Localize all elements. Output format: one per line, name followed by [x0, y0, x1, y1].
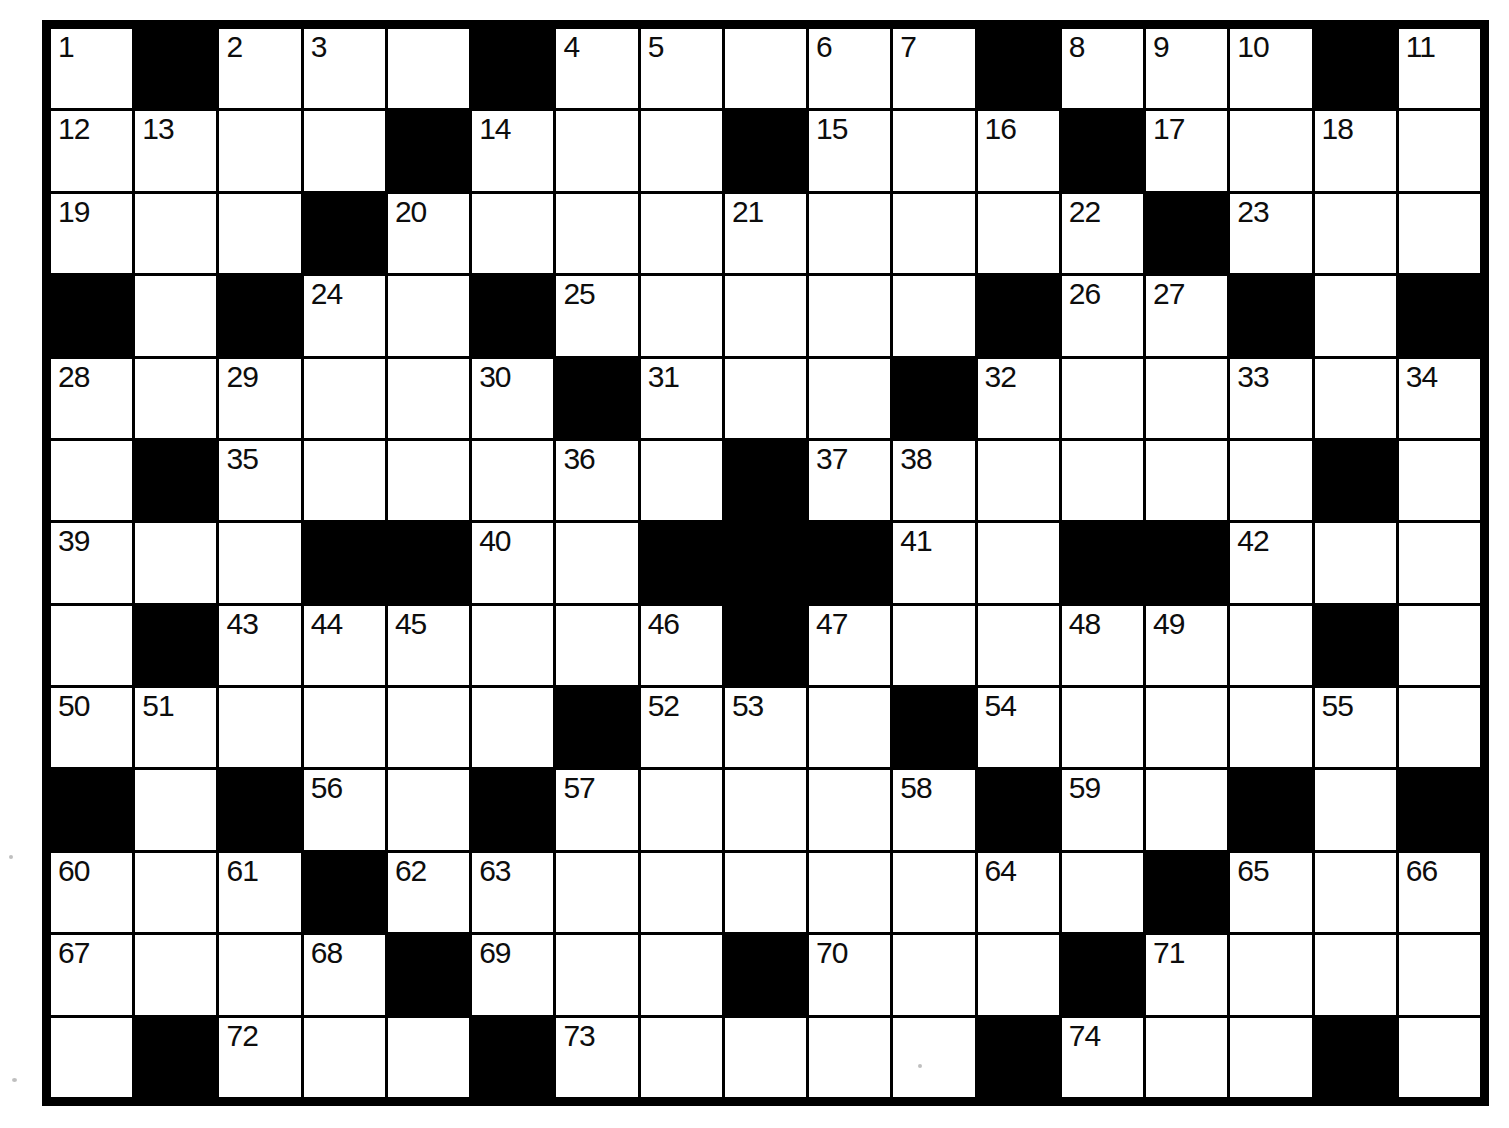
cell-r4c16[interactable]	[1315, 276, 1396, 355]
cell-r9c13[interactable]	[1062, 688, 1143, 767]
cell-r8c7[interactable]	[556, 606, 637, 685]
cell-r11c6[interactable]: 63	[472, 853, 553, 932]
cell-r4c14[interactable]: 27	[1146, 276, 1227, 355]
cell-r5c13[interactable]	[1062, 359, 1143, 438]
cell-r10c16[interactable]	[1315, 770, 1396, 849]
cell-r13c1[interactable]	[51, 1018, 132, 1097]
cell-r4c4[interactable]: 24	[304, 276, 385, 355]
cell-r12c12[interactable]	[978, 935, 1059, 1014]
cell-r8c14[interactable]: 49	[1146, 606, 1227, 685]
black-cell-r4c1	[51, 276, 132, 355]
cell-r5c6[interactable]: 30	[472, 359, 553, 438]
cell-r2c7[interactable]	[556, 111, 637, 190]
black-cell-r4c6	[472, 276, 553, 355]
cell-r11c7[interactable]	[556, 853, 637, 932]
cell-r1c17[interactable]: 11	[1399, 29, 1480, 108]
clue-number: 42	[1237, 525, 1268, 557]
cell-r6c13[interactable]	[1062, 441, 1143, 520]
cell-r5c17[interactable]: 34	[1399, 359, 1480, 438]
cell-r5c2[interactable]	[135, 359, 216, 438]
cell-r11c5[interactable]: 62	[388, 853, 469, 932]
cell-r3c2[interactable]	[135, 194, 216, 273]
cell-r1c15[interactable]: 10	[1230, 29, 1311, 108]
clue-number: 26	[1069, 278, 1100, 310]
cell-r1c13[interactable]: 8	[1062, 29, 1143, 108]
clue-number: 31	[648, 361, 679, 393]
cell-r11c17[interactable]: 66	[1399, 853, 1480, 932]
cell-r12c7[interactable]	[556, 935, 637, 1014]
cell-r13c10[interactable]	[809, 1018, 890, 1097]
black-cell-r6c9	[725, 441, 806, 520]
scan-speck	[9, 855, 13, 859]
clue-number: 58	[900, 772, 931, 804]
cell-r2c15[interactable]	[1230, 111, 1311, 190]
clue-number: 62	[395, 855, 426, 887]
black-cell-r10c6	[472, 770, 553, 849]
clue-number: 53	[732, 690, 763, 722]
black-cell-r2c13	[1062, 111, 1143, 190]
clue-number: 35	[226, 443, 257, 475]
black-cell-r9c11	[893, 688, 974, 767]
clue-number: 64	[985, 855, 1016, 887]
cell-r2c3[interactable]	[219, 111, 300, 190]
cell-r4c8[interactable]	[641, 276, 722, 355]
clue-number: 43	[226, 608, 257, 640]
cell-r3c6[interactable]	[472, 194, 553, 273]
clue-number: 33	[1237, 361, 1268, 393]
black-cell-r4c12	[978, 276, 1059, 355]
clue-number: 49	[1153, 608, 1184, 640]
cell-r12c8[interactable]	[641, 935, 722, 1014]
cell-r8c8[interactable]: 46	[641, 606, 722, 685]
cell-r13c11[interactable]	[893, 1018, 974, 1097]
black-cell-r1c16	[1315, 29, 1396, 108]
clue-number: 32	[985, 361, 1016, 393]
clue-number: 63	[479, 855, 510, 887]
black-cell-r4c3	[219, 276, 300, 355]
cell-r5c10[interactable]	[809, 359, 890, 438]
cell-r12c1[interactable]: 67	[51, 935, 132, 1014]
cell-r7c2[interactable]	[135, 523, 216, 602]
clue-number: 37	[816, 443, 847, 475]
cell-r4c5[interactable]	[388, 276, 469, 355]
cell-r11c12[interactable]: 64	[978, 853, 1059, 932]
cell-r6c12[interactable]	[978, 441, 1059, 520]
clue-number: 19	[58, 196, 89, 228]
cell-r13c5[interactable]	[388, 1018, 469, 1097]
cell-r8c1[interactable]	[51, 606, 132, 685]
cell-r11c11[interactable]	[893, 853, 974, 932]
clue-number: 21	[732, 196, 763, 228]
cell-r5c4[interactable]	[304, 359, 385, 438]
cell-r6c15[interactable]	[1230, 441, 1311, 520]
cell-r2c14[interactable]: 17	[1146, 111, 1227, 190]
clue-number: 69	[479, 937, 510, 969]
cell-r1c8[interactable]: 5	[641, 29, 722, 108]
cell-r2c4[interactable]	[304, 111, 385, 190]
cell-r4c2[interactable]	[135, 276, 216, 355]
cell-r4c9[interactable]	[725, 276, 806, 355]
crossword-grid: 1234567891011121314151617181920212223242…	[42, 20, 1489, 1106]
cell-r9c15[interactable]	[1230, 688, 1311, 767]
cell-r2c6[interactable]: 14	[472, 111, 553, 190]
cell-r4c10[interactable]	[809, 276, 890, 355]
cell-r5c14[interactable]	[1146, 359, 1227, 438]
clue-number: 27	[1153, 278, 1184, 310]
cell-r1c10[interactable]: 6	[809, 29, 890, 108]
cell-r11c8[interactable]	[641, 853, 722, 932]
cell-r5c3[interactable]: 29	[219, 359, 300, 438]
cell-r10c11[interactable]: 58	[893, 770, 974, 849]
cell-r6c6[interactable]	[472, 441, 553, 520]
cell-r2c10[interactable]: 15	[809, 111, 890, 190]
black-cell-r1c2	[135, 29, 216, 108]
black-cell-r6c16	[1315, 441, 1396, 520]
clue-number: 72	[226, 1020, 257, 1052]
clue-number: 39	[58, 525, 89, 557]
cell-r5c9[interactable]	[725, 359, 806, 438]
clue-number: 9	[1153, 31, 1169, 63]
cell-r4c11[interactable]	[893, 276, 974, 355]
cell-r10c10[interactable]	[809, 770, 890, 849]
cell-r11c3[interactable]: 61	[219, 853, 300, 932]
black-cell-r7c9	[725, 523, 806, 602]
black-cell-r13c6	[472, 1018, 553, 1097]
cell-r9c3[interactable]	[219, 688, 300, 767]
black-cell-r10c12	[978, 770, 1059, 849]
cell-r9c16[interactable]: 55	[1315, 688, 1396, 767]
clue-number: 7	[900, 31, 916, 63]
clue-number: 20	[395, 196, 426, 228]
clue-number: 18	[1322, 113, 1353, 145]
cell-r8c11[interactable]	[893, 606, 974, 685]
cell-r6c4[interactable]	[304, 441, 385, 520]
clue-number: 68	[311, 937, 342, 969]
cell-r1c9[interactable]	[725, 29, 806, 108]
cell-r3c9[interactable]: 21	[725, 194, 806, 273]
cell-r9c9[interactable]: 53	[725, 688, 806, 767]
cell-r1c3[interactable]: 2	[219, 29, 300, 108]
cell-r7c1[interactable]: 39	[51, 523, 132, 602]
cell-r8c6[interactable]	[472, 606, 553, 685]
scan-speck	[918, 1064, 922, 1068]
cell-r5c15[interactable]: 33	[1230, 359, 1311, 438]
cell-r7c6[interactable]: 40	[472, 523, 553, 602]
cell-r13c14[interactable]	[1146, 1018, 1227, 1097]
cell-r9c5[interactable]	[388, 688, 469, 767]
black-cell-r13c12	[978, 1018, 1059, 1097]
clue-number: 44	[311, 608, 342, 640]
cell-r11c16[interactable]	[1315, 853, 1396, 932]
clue-number: 46	[648, 608, 679, 640]
black-cell-r13c16	[1315, 1018, 1396, 1097]
black-cell-r1c12	[978, 29, 1059, 108]
cell-r3c8[interactable]	[641, 194, 722, 273]
clue-number: 56	[311, 772, 342, 804]
black-cell-r7c8	[641, 523, 722, 602]
clue-number: 3	[311, 31, 327, 63]
cell-r10c5[interactable]	[388, 770, 469, 849]
clue-number: 29	[226, 361, 257, 393]
clue-number: 30	[479, 361, 510, 393]
cell-r8c10[interactable]: 47	[809, 606, 890, 685]
cell-r1c14[interactable]: 9	[1146, 29, 1227, 108]
cell-r9c6[interactable]	[472, 688, 553, 767]
cell-r13c4[interactable]	[304, 1018, 385, 1097]
cell-r6c1[interactable]	[51, 441, 132, 520]
black-cell-r8c2	[135, 606, 216, 685]
clue-number: 41	[900, 525, 931, 557]
cell-r3c17[interactable]	[1399, 194, 1480, 273]
cell-r5c1[interactable]: 28	[51, 359, 132, 438]
cell-r11c9[interactable]	[725, 853, 806, 932]
cell-r11c10[interactable]	[809, 853, 890, 932]
clue-number: 25	[563, 278, 594, 310]
cell-r13c15[interactable]	[1230, 1018, 1311, 1097]
cell-r10c14[interactable]	[1146, 770, 1227, 849]
black-cell-r5c7	[556, 359, 637, 438]
black-cell-r10c1	[51, 770, 132, 849]
cell-r12c14[interactable]: 71	[1146, 935, 1227, 1014]
clue-number: 57	[563, 772, 594, 804]
cell-r7c3[interactable]	[219, 523, 300, 602]
cell-r1c11[interactable]: 7	[893, 29, 974, 108]
cell-r8c15[interactable]	[1230, 606, 1311, 685]
black-cell-r2c9	[725, 111, 806, 190]
black-cell-r12c13	[1062, 935, 1143, 1014]
cell-r7c16[interactable]	[1315, 523, 1396, 602]
clue-number: 50	[58, 690, 89, 722]
cell-r6c10[interactable]: 37	[809, 441, 890, 520]
clue-number: 59	[1069, 772, 1100, 804]
cell-r1c5[interactable]	[388, 29, 469, 108]
cell-r3c16[interactable]	[1315, 194, 1396, 273]
clue-number: 36	[563, 443, 594, 475]
black-cell-r10c3	[219, 770, 300, 849]
cell-r6c3[interactable]: 35	[219, 441, 300, 520]
black-cell-r7c5	[388, 523, 469, 602]
cell-r2c16[interactable]: 18	[1315, 111, 1396, 190]
clue-number: 4	[563, 31, 579, 63]
cell-r8c12[interactable]	[978, 606, 1059, 685]
clue-number: 14	[479, 113, 510, 145]
cell-r3c11[interactable]	[893, 194, 974, 273]
cell-r9c4[interactable]	[304, 688, 385, 767]
cell-r13c9[interactable]	[725, 1018, 806, 1097]
cell-r3c7[interactable]	[556, 194, 637, 273]
clue-number: 38	[900, 443, 931, 475]
cell-r4c13[interactable]: 26	[1062, 276, 1143, 355]
black-cell-r7c13	[1062, 523, 1143, 602]
clue-number: 71	[1153, 937, 1184, 969]
cell-r8c4[interactable]: 44	[304, 606, 385, 685]
cell-r5c12[interactable]: 32	[978, 359, 1059, 438]
clue-number: 47	[816, 608, 847, 640]
cell-r4c7[interactable]: 25	[556, 276, 637, 355]
cell-r5c5[interactable]	[388, 359, 469, 438]
clue-number: 28	[58, 361, 89, 393]
clue-number: 60	[58, 855, 89, 887]
cell-r11c2[interactable]	[135, 853, 216, 932]
cell-r3c12[interactable]	[978, 194, 1059, 273]
black-cell-r7c4	[304, 523, 385, 602]
cell-r10c4[interactable]: 56	[304, 770, 385, 849]
clue-number: 11	[1406, 31, 1435, 63]
cell-r6c5[interactable]	[388, 441, 469, 520]
cell-r7c7[interactable]	[556, 523, 637, 602]
cell-r9c12[interactable]: 54	[978, 688, 1059, 767]
cell-r12c11[interactable]	[893, 935, 974, 1014]
clue-number: 67	[58, 937, 89, 969]
cell-r2c11[interactable]	[893, 111, 974, 190]
cell-r8c17[interactable]	[1399, 606, 1480, 685]
clue-number: 34	[1406, 361, 1437, 393]
cell-r10c13[interactable]: 59	[1062, 770, 1143, 849]
clue-number: 13	[142, 113, 173, 145]
cell-r13c8[interactable]	[641, 1018, 722, 1097]
cell-r7c15[interactable]: 42	[1230, 523, 1311, 602]
black-cell-r10c15	[1230, 770, 1311, 849]
black-cell-r9c7	[556, 688, 637, 767]
cell-r2c2[interactable]: 13	[135, 111, 216, 190]
black-cell-r11c4	[304, 853, 385, 932]
black-cell-r12c5	[388, 935, 469, 1014]
cell-r10c2[interactable]	[135, 770, 216, 849]
cell-r13c3[interactable]: 72	[219, 1018, 300, 1097]
cell-r13c7[interactable]: 73	[556, 1018, 637, 1097]
cell-r10c7[interactable]: 57	[556, 770, 637, 849]
clue-number: 65	[1237, 855, 1268, 887]
clue-number: 73	[563, 1020, 594, 1052]
clue-number: 5	[648, 31, 664, 63]
clue-number: 2	[226, 31, 242, 63]
cell-r3c1[interactable]: 19	[51, 194, 132, 273]
cell-r9c14[interactable]	[1146, 688, 1227, 767]
clue-number: 52	[648, 690, 679, 722]
clue-number: 61	[226, 855, 257, 887]
cell-r8c5[interactable]: 45	[388, 606, 469, 685]
cell-r6c8[interactable]	[641, 441, 722, 520]
cell-r6c11[interactable]: 38	[893, 441, 974, 520]
cell-r2c12[interactable]: 16	[978, 111, 1059, 190]
cell-r12c4[interactable]: 68	[304, 935, 385, 1014]
black-cell-r6c2	[135, 441, 216, 520]
clue-number: 51	[142, 690, 173, 722]
clue-number: 16	[985, 113, 1016, 145]
cell-r13c17[interactable]	[1399, 1018, 1480, 1097]
cell-r1c4[interactable]: 3	[304, 29, 385, 108]
black-cell-r5c11	[893, 359, 974, 438]
black-cell-r12c9	[725, 935, 806, 1014]
cell-r9c10[interactable]	[809, 688, 890, 767]
cell-r5c8[interactable]: 31	[641, 359, 722, 438]
clue-number: 8	[1069, 31, 1085, 63]
cell-r1c7[interactable]: 4	[556, 29, 637, 108]
black-cell-r11c14	[1146, 853, 1227, 932]
cell-r2c17[interactable]	[1399, 111, 1480, 190]
clue-number: 48	[1069, 608, 1100, 640]
cell-r2c8[interactable]	[641, 111, 722, 190]
cell-r11c15[interactable]: 65	[1230, 853, 1311, 932]
cell-r8c13[interactable]: 48	[1062, 606, 1143, 685]
cell-r3c3[interactable]	[219, 194, 300, 273]
black-cell-r4c15	[1230, 276, 1311, 355]
black-cell-r3c4	[304, 194, 385, 273]
cell-r3c13[interactable]: 22	[1062, 194, 1143, 273]
clue-number: 24	[311, 278, 342, 310]
black-cell-r1c6	[472, 29, 553, 108]
clue-number: 66	[1406, 855, 1437, 887]
black-cell-r10c17	[1399, 770, 1480, 849]
clue-number: 54	[985, 690, 1016, 722]
cell-r12c2[interactable]	[135, 935, 216, 1014]
clue-number: 45	[395, 608, 426, 640]
clue-number: 74	[1069, 1020, 1100, 1052]
black-cell-r8c9	[725, 606, 806, 685]
clue-number: 6	[816, 31, 832, 63]
cell-r6c17[interactable]	[1399, 441, 1480, 520]
clue-number: 17	[1153, 113, 1184, 145]
cell-r13c13[interactable]: 74	[1062, 1018, 1143, 1097]
clue-number: 55	[1322, 690, 1353, 722]
cell-r12c10[interactable]: 70	[809, 935, 890, 1014]
black-cell-r13c2	[135, 1018, 216, 1097]
cell-r10c9[interactable]	[725, 770, 806, 849]
crossword-page: 1234567891011121314151617181920212223242…	[0, 0, 1509, 1128]
cell-r3c10[interactable]	[809, 194, 890, 273]
cell-r1c1[interactable]: 1	[51, 29, 132, 108]
cell-r12c15[interactable]	[1230, 935, 1311, 1014]
clue-number: 1	[58, 31, 74, 63]
cell-r12c16[interactable]	[1315, 935, 1396, 1014]
cell-r12c6[interactable]: 69	[472, 935, 553, 1014]
clue-number: 10	[1237, 31, 1268, 63]
black-cell-r7c10	[809, 523, 890, 602]
scan-speck	[12, 1078, 17, 1082]
clue-number: 23	[1237, 196, 1268, 228]
black-cell-r7c14	[1146, 523, 1227, 602]
clue-number: 70	[816, 937, 847, 969]
cell-r10c8[interactable]	[641, 770, 722, 849]
cell-r11c13[interactable]	[1062, 853, 1143, 932]
cell-r3c5[interactable]: 20	[388, 194, 469, 273]
cell-r7c17[interactable]	[1399, 523, 1480, 602]
cell-r9c8[interactable]: 52	[641, 688, 722, 767]
cell-r12c17[interactable]	[1399, 935, 1480, 1014]
cell-r5c16[interactable]	[1315, 359, 1396, 438]
clue-number: 12	[58, 113, 89, 145]
cell-r9c1[interactable]: 50	[51, 688, 132, 767]
cell-r9c17[interactable]	[1399, 688, 1480, 767]
cell-r2c1[interactable]: 12	[51, 111, 132, 190]
clue-number: 40	[479, 525, 510, 557]
black-cell-r8c16	[1315, 606, 1396, 685]
cell-r12c3[interactable]	[219, 935, 300, 1014]
cell-r7c11[interactable]: 41	[893, 523, 974, 602]
black-cell-r4c17	[1399, 276, 1480, 355]
cell-r7c12[interactable]	[978, 523, 1059, 602]
clue-number: 15	[816, 113, 847, 145]
cell-r6c14[interactable]	[1146, 441, 1227, 520]
cell-r8c3[interactable]: 43	[219, 606, 300, 685]
cell-r3c15[interactable]: 23	[1230, 194, 1311, 273]
black-cell-r2c5	[388, 111, 469, 190]
cell-r11c1[interactable]: 60	[51, 853, 132, 932]
cell-r9c2[interactable]: 51	[135, 688, 216, 767]
clue-number: 22	[1069, 196, 1100, 228]
black-cell-r3c14	[1146, 194, 1227, 273]
cell-r6c7[interactable]: 36	[556, 441, 637, 520]
